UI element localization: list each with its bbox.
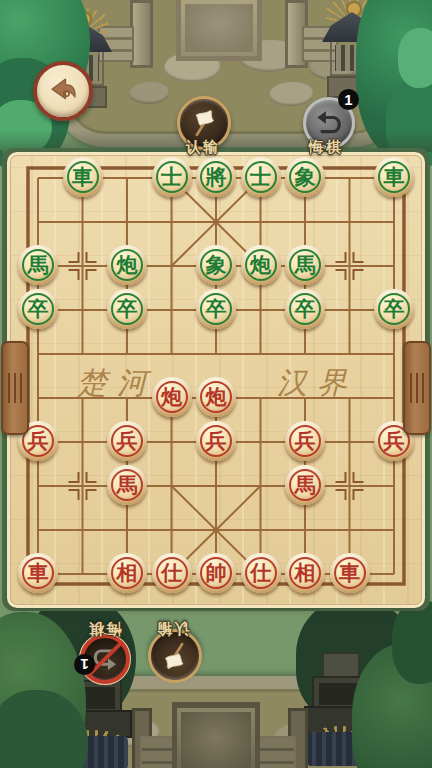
piece-將-black[interactable]: 將 xyxy=(196,157,236,197)
piece-character: 車 xyxy=(330,553,370,593)
piece-character: 卒 xyxy=(107,289,147,329)
stone-monument-top xyxy=(176,0,262,61)
piece-車-black[interactable]: 車 xyxy=(63,157,103,197)
piece-character: 仕 xyxy=(241,553,281,593)
piece-character: 炮 xyxy=(196,377,236,417)
piece-仕-red[interactable]: 仕 xyxy=(152,553,192,593)
piece-車-red[interactable]: 車 xyxy=(330,553,370,593)
piece-車-black[interactable]: 車 xyxy=(374,157,414,197)
piece-character: 車 xyxy=(18,553,58,593)
piece-character: 將 xyxy=(196,157,236,197)
piece-卒-black[interactable]: 卒 xyxy=(107,289,147,329)
pieces-layer: 車士將士象車馬炮象炮馬卒卒卒卒卒炮炮兵兵兵兵兵馬馬車相仕帥仕相車 xyxy=(7,152,425,608)
piece-character: 炮 xyxy=(107,245,147,285)
piece-character: 相 xyxy=(107,553,147,593)
piece-卒-black[interactable]: 卒 xyxy=(196,289,236,329)
back-button[interactable] xyxy=(33,61,93,121)
piece-士-black[interactable]: 士 xyxy=(152,157,192,197)
piece-character: 馬 xyxy=(285,465,325,505)
foliage-bottom-right-2 xyxy=(392,600,432,684)
piece-character: 卒 xyxy=(196,289,236,329)
piece-馬-red[interactable]: 馬 xyxy=(285,465,325,505)
stone-steps-bottom-right xyxy=(258,736,296,768)
piece-卒-black[interactable]: 卒 xyxy=(18,289,58,329)
piece-character: 馬 xyxy=(18,245,58,285)
surrender-label: 认输 xyxy=(171,138,235,157)
piece-象-black[interactable]: 象 xyxy=(285,157,325,197)
board-side-handle-right xyxy=(403,341,431,435)
board-side-handle-left xyxy=(1,341,29,435)
piece-馬-black[interactable]: 馬 xyxy=(18,245,58,285)
piece-士-black[interactable]: 士 xyxy=(241,157,281,197)
piece-馬-black[interactable]: 馬 xyxy=(285,245,325,285)
piece-character: 士 xyxy=(241,157,281,197)
piece-character: 馬 xyxy=(107,465,147,505)
piece-character: 卒 xyxy=(285,289,325,329)
xiangqi-board[interactable]: 楚河 汉界 車士將士象車馬炮象炮馬卒卒卒卒卒炮炮兵兵兵兵兵馬馬車相仕帥仕相車 xyxy=(7,152,425,608)
piece-卒-black[interactable]: 卒 xyxy=(374,289,414,329)
piece-character: 相 xyxy=(285,553,325,593)
piece-炮-black[interactable]: 炮 xyxy=(107,245,147,285)
xiangqi-game-screen: 楚河 汉界 車士將士象車馬炮象炮馬卒卒卒卒卒炮炮兵兵兵兵兵馬馬車相仕帥仕相車 认… xyxy=(0,0,432,768)
undo-count-badge: 1 xyxy=(338,89,359,110)
piece-character: 兵 xyxy=(285,421,325,461)
piece-仕-red[interactable]: 仕 xyxy=(241,553,281,593)
piece-character: 馬 xyxy=(285,245,325,285)
piece-兵-red[interactable]: 兵 xyxy=(107,421,147,461)
piece-兵-red[interactable]: 兵 xyxy=(285,421,325,461)
piece-炮-red[interactable]: 炮 xyxy=(196,377,236,417)
piece-相-red[interactable]: 相 xyxy=(285,553,325,593)
piece-character: 象 xyxy=(196,245,236,285)
undo-label: 悔棋 xyxy=(294,138,358,157)
piece-character: 卒 xyxy=(18,289,58,329)
opponent-surrender-label: 认输 xyxy=(140,619,204,638)
piece-character: 卒 xyxy=(374,289,414,329)
foliage-top-right-3 xyxy=(398,28,432,88)
piece-character: 車 xyxy=(374,157,414,197)
piece-character: 炮 xyxy=(152,377,192,417)
back-swirl-arrow-icon xyxy=(37,65,89,117)
piece-相-red[interactable]: 相 xyxy=(107,553,147,593)
white-flag-icon xyxy=(151,632,199,680)
piece-character: 象 xyxy=(285,157,325,197)
piece-character: 車 xyxy=(63,157,103,197)
piece-character: 炮 xyxy=(241,245,281,285)
piece-character: 兵 xyxy=(196,421,236,461)
piece-炮-black[interactable]: 炮 xyxy=(241,245,281,285)
piece-卒-black[interactable]: 卒 xyxy=(285,289,325,329)
piece-車-red[interactable]: 車 xyxy=(18,553,58,593)
piece-炮-red[interactable]: 炮 xyxy=(152,377,192,417)
opponent-undo-label: 悔棋 xyxy=(72,619,136,638)
piece-帥-red[interactable]: 帥 xyxy=(196,553,236,593)
piece-character: 仕 xyxy=(152,553,192,593)
piece-馬-red[interactable]: 馬 xyxy=(107,465,147,505)
piece-象-black[interactable]: 象 xyxy=(196,245,236,285)
stone-monument-bottom xyxy=(172,702,260,768)
piece-character: 士 xyxy=(152,157,192,197)
piece-character: 帥 xyxy=(196,553,236,593)
opponent-undo-count-badge: 1 xyxy=(74,654,95,675)
piece-兵-red[interactable]: 兵 xyxy=(196,421,236,461)
piece-character: 兵 xyxy=(107,421,147,461)
